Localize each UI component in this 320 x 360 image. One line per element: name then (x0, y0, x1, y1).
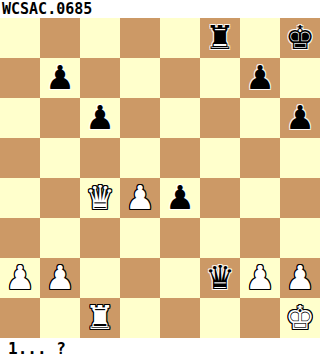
white-pawn: ♟ (285, 258, 315, 298)
square-d3[interactable] (120, 218, 160, 258)
square-h3[interactable] (280, 218, 320, 258)
square-g7[interactable]: ♟ (240, 58, 280, 98)
square-f1[interactable] (200, 298, 240, 338)
square-c2[interactable] (80, 258, 120, 298)
white-queen: ♛ (85, 178, 115, 218)
square-e6[interactable] (160, 98, 200, 138)
square-b7[interactable]: ♟ (40, 58, 80, 98)
white-pawn: ♟ (245, 258, 275, 298)
page-title: WCSAC.0685 (0, 0, 320, 18)
square-c1[interactable]: ♜ (80, 298, 120, 338)
square-g2[interactable]: ♟ (240, 258, 280, 298)
square-b5[interactable] (40, 138, 80, 178)
square-c5[interactable] (80, 138, 120, 178)
square-f8[interactable]: ♜ (200, 18, 240, 58)
square-a7[interactable] (0, 58, 40, 98)
black-pawn: ♟ (85, 98, 115, 138)
square-b1[interactable] (40, 298, 80, 338)
square-g3[interactable] (240, 218, 280, 258)
square-h7[interactable] (280, 58, 320, 98)
square-g1[interactable] (240, 298, 280, 338)
square-b8[interactable] (40, 18, 80, 58)
square-h1[interactable]: ♚ (280, 298, 320, 338)
black-pawn: ♟ (285, 98, 315, 138)
square-f6[interactable] (200, 98, 240, 138)
square-a1[interactable] (0, 298, 40, 338)
black-pawn: ♟ (165, 178, 195, 218)
square-e4[interactable]: ♟ (160, 178, 200, 218)
square-f5[interactable] (200, 138, 240, 178)
square-c3[interactable] (80, 218, 120, 258)
move-prompt: 1... ? (0, 338, 320, 360)
square-b4[interactable] (40, 178, 80, 218)
white-pawn: ♟ (45, 258, 75, 298)
chess-program-window: WCSAC.0685 ♜♚♟♟♟♟♛♟♟♟♟♛♟♟♜♚ 1... ? (0, 0, 320, 360)
square-b3[interactable] (40, 218, 80, 258)
square-c8[interactable] (80, 18, 120, 58)
black-pawn: ♟ (245, 58, 275, 98)
square-c7[interactable] (80, 58, 120, 98)
square-e8[interactable] (160, 18, 200, 58)
square-f7[interactable] (200, 58, 240, 98)
square-g6[interactable] (240, 98, 280, 138)
square-f3[interactable] (200, 218, 240, 258)
square-e5[interactable] (160, 138, 200, 178)
square-d5[interactable] (120, 138, 160, 178)
square-h5[interactable] (280, 138, 320, 178)
square-a6[interactable] (0, 98, 40, 138)
square-a4[interactable] (0, 178, 40, 218)
square-g8[interactable] (240, 18, 280, 58)
white-king: ♚ (285, 298, 315, 338)
square-a3[interactable] (0, 218, 40, 258)
square-e1[interactable] (160, 298, 200, 338)
square-c6[interactable]: ♟ (80, 98, 120, 138)
square-d7[interactable] (120, 58, 160, 98)
black-pawn: ♟ (45, 58, 75, 98)
square-h8[interactable]: ♚ (280, 18, 320, 58)
square-h2[interactable]: ♟ (280, 258, 320, 298)
black-rook: ♜ (205, 18, 235, 58)
square-d6[interactable] (120, 98, 160, 138)
square-b2[interactable]: ♟ (40, 258, 80, 298)
square-g5[interactable] (240, 138, 280, 178)
square-h6[interactable]: ♟ (280, 98, 320, 138)
black-king: ♚ (285, 18, 315, 58)
square-a5[interactable] (0, 138, 40, 178)
square-d2[interactable] (120, 258, 160, 298)
square-b6[interactable] (40, 98, 80, 138)
square-a2[interactable]: ♟ (0, 258, 40, 298)
square-d1[interactable] (120, 298, 160, 338)
white-rook: ♜ (85, 298, 115, 338)
black-queen: ♛ (205, 258, 235, 298)
square-c4[interactable]: ♛ (80, 178, 120, 218)
square-h4[interactable] (280, 178, 320, 218)
square-f4[interactable] (200, 178, 240, 218)
square-d8[interactable] (120, 18, 160, 58)
square-a8[interactable] (0, 18, 40, 58)
chess-board: ♜♚♟♟♟♟♛♟♟♟♟♛♟♟♜♚ (0, 18, 320, 338)
square-f2[interactable]: ♛ (200, 258, 240, 298)
square-e7[interactable] (160, 58, 200, 98)
white-pawn: ♟ (5, 258, 35, 298)
square-e3[interactable] (160, 218, 200, 258)
white-pawn: ♟ (125, 178, 155, 218)
square-g4[interactable] (240, 178, 280, 218)
square-e2[interactable] (160, 258, 200, 298)
square-d4[interactable]: ♟ (120, 178, 160, 218)
